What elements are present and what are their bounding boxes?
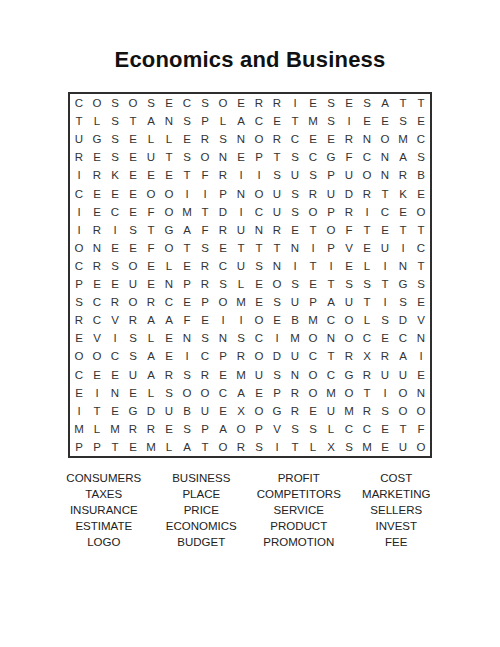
grid-cell-r7c18[interactable]: C (376, 203, 394, 221)
grid-cell-r19c4[interactable]: R (124, 420, 142, 438)
grid-cell-r13c20[interactable]: V (412, 311, 430, 329)
grid-cell-r8c12[interactable]: R (268, 221, 286, 239)
grid-cell-r1c17[interactable]: S (358, 94, 376, 112)
grid-cell-r15c15[interactable]: T (322, 347, 340, 365)
grid-cell-r3c9[interactable]: S (214, 130, 232, 148)
grid-cell-r3c15[interactable]: E (322, 130, 340, 148)
grid-cell-r8c10[interactable]: U (232, 221, 250, 239)
grid-cell-r9c15[interactable]: P (322, 239, 340, 257)
grid-cell-r1c12[interactable]: R (268, 94, 286, 112)
grid-cell-r3c14[interactable]: E (304, 130, 322, 148)
grid-cell-r12c15[interactable]: A (322, 293, 340, 311)
grid-cell-r11c10[interactable]: L (232, 275, 250, 293)
grid-cell-r2c12[interactable]: E (268, 112, 286, 130)
grid-cell-r14c16[interactable]: O (340, 329, 358, 347)
grid-cell-r6c15[interactable]: U (322, 185, 340, 203)
grid-cell-r9c18[interactable]: U (376, 239, 394, 257)
grid-cell-r9c11[interactable]: T (250, 239, 268, 257)
grid-cell-r12c3[interactable]: R (106, 293, 124, 311)
grid-cell-r17c14[interactable]: O (304, 384, 322, 402)
grid-cell-r12c6[interactable]: C (160, 293, 178, 311)
grid-cell-r8c16[interactable]: F (340, 221, 358, 239)
grid-cell-r4c18[interactable]: N (376, 148, 394, 166)
grid-cell-r11c7[interactable]: P (178, 275, 196, 293)
grid-cell-r9c3[interactable]: E (106, 239, 124, 257)
grid-cell-r2c20[interactable]: E (412, 112, 430, 130)
grid-cell-r7c5[interactable]: F (142, 203, 160, 221)
grid-cell-r13c1[interactable]: R (70, 311, 88, 329)
grid-cell-r17c7[interactable]: O (178, 384, 196, 402)
grid-cell-r16c3[interactable]: E (106, 366, 124, 384)
grid-cell-r3c13[interactable]: C (286, 130, 304, 148)
grid-cell-r19c20[interactable]: F (412, 420, 430, 438)
grid-cell-r16c19[interactable]: U (394, 366, 412, 384)
grid-cell-r4c7[interactable]: S (178, 148, 196, 166)
grid-cell-r12c16[interactable]: U (340, 293, 358, 311)
grid-cell-r15c17[interactable]: X (358, 347, 376, 365)
grid-cell-r3c3[interactable]: S (106, 130, 124, 148)
grid-cell-r3c20[interactable]: C (412, 130, 430, 148)
grid-cell-r12c5[interactable]: R (142, 293, 160, 311)
grid-cell-r17c18[interactable]: I (376, 384, 394, 402)
grid-cell-r17c1[interactable]: E (70, 384, 88, 402)
grid-cell-r19c1[interactable]: M (70, 420, 88, 438)
grid-cell-r14c20[interactable]: N (412, 329, 430, 347)
grid-cell-r13c4[interactable]: R (124, 311, 142, 329)
grid-cell-r18c4[interactable]: G (124, 402, 142, 420)
grid-cell-r7c1[interactable]: I (70, 203, 88, 221)
grid-cell-r11c12[interactable]: O (268, 275, 286, 293)
grid-cell-r20c6[interactable]: L (160, 438, 178, 456)
grid-cell-r3c10[interactable]: N (232, 130, 250, 148)
grid-cell-r6c3[interactable]: E (106, 185, 124, 203)
grid-cell-r10c17[interactable]: L (358, 257, 376, 275)
grid-cell-r6c1[interactable]: C (70, 185, 88, 203)
grid-cell-r1c10[interactable]: E (232, 94, 250, 112)
grid-cell-r10c7[interactable]: E (178, 257, 196, 275)
grid-cell-r13c5[interactable]: A (142, 311, 160, 329)
grid-cell-r14c18[interactable]: E (376, 329, 394, 347)
grid-cell-r13c7[interactable]: F (178, 311, 196, 329)
grid-cell-r11c2[interactable]: E (88, 275, 106, 293)
grid-cell-r9c7[interactable]: T (178, 239, 196, 257)
grid-cell-r15c12[interactable]: D (268, 347, 286, 365)
grid-cell-r14c4[interactable]: S (124, 329, 142, 347)
grid-cell-r15c7[interactable]: I (178, 347, 196, 365)
grid-cell-r20c10[interactable]: R (232, 438, 250, 456)
grid-cell-r19c9[interactable]: A (214, 420, 232, 438)
grid-cell-r3c8[interactable]: R (196, 130, 214, 148)
grid-cell-r8c20[interactable]: T (412, 221, 430, 239)
grid-cell-r18c5[interactable]: D (142, 402, 160, 420)
grid-cell-r5c11[interactable]: I (250, 166, 268, 184)
grid-cell-r17c12[interactable]: P (268, 384, 286, 402)
grid-cell-r13c14[interactable]: M (304, 311, 322, 329)
grid-cell-r12c9[interactable]: O (214, 293, 232, 311)
grid-cell-r18c8[interactable]: U (196, 402, 214, 420)
grid-cell-r10c6[interactable]: L (160, 257, 178, 275)
grid-cell-r19c17[interactable]: C (358, 420, 376, 438)
grid-cell-r6c16[interactable]: D (340, 185, 358, 203)
grid-cell-r10c19[interactable]: N (394, 257, 412, 275)
grid-cell-r5c7[interactable]: T (178, 166, 196, 184)
grid-cell-r18c1[interactable]: I (70, 402, 88, 420)
grid-cell-r6c2[interactable]: E (88, 185, 106, 203)
grid-cell-r9c2[interactable]: N (88, 239, 106, 257)
grid-cell-r2c10[interactable]: A (232, 112, 250, 130)
grid-cell-r14c14[interactable]: O (304, 329, 322, 347)
grid-cell-r9c12[interactable]: T (268, 239, 286, 257)
grid-cell-r4c17[interactable]: C (358, 148, 376, 166)
grid-cell-r3c7[interactable]: E (178, 130, 196, 148)
grid-cell-r10c2[interactable]: R (88, 257, 106, 275)
grid-cell-r3c19[interactable]: M (394, 130, 412, 148)
grid-cell-r4c20[interactable]: S (412, 148, 430, 166)
grid-cell-r9c20[interactable]: C (412, 239, 430, 257)
grid-cell-r9c6[interactable]: O (160, 239, 178, 257)
grid-cell-r14c19[interactable]: C (394, 329, 412, 347)
grid-cell-r20c19[interactable]: U (394, 438, 412, 456)
grid-cell-r12c18[interactable]: I (376, 293, 394, 311)
grid-cell-r14c17[interactable]: C (358, 329, 376, 347)
grid-cell-r4c6[interactable]: T (160, 148, 178, 166)
grid-cell-r20c14[interactable]: L (304, 438, 322, 456)
grid-cell-r10c20[interactable]: T (412, 257, 430, 275)
grid-cell-r9c13[interactable]: N (286, 239, 304, 257)
grid-cell-r4c13[interactable]: S (286, 148, 304, 166)
grid-cell-r12c8[interactable]: P (196, 293, 214, 311)
grid-cell-r11c9[interactable]: S (214, 275, 232, 293)
grid-cell-r15c5[interactable]: A (142, 347, 160, 365)
grid-cell-r3c17[interactable]: N (358, 130, 376, 148)
grid-cell-r1c13[interactable]: I (286, 94, 304, 112)
grid-cell-r18c19[interactable]: O (394, 402, 412, 420)
grid-cell-r13c2[interactable]: C (88, 311, 106, 329)
grid-cell-r10c15[interactable]: I (322, 257, 340, 275)
grid-cell-r19c18[interactable]: E (376, 420, 394, 438)
grid-cell-r17c10[interactable]: A (232, 384, 250, 402)
grid-cell-r10c13[interactable]: I (286, 257, 304, 275)
grid-cell-r12c17[interactable]: T (358, 293, 376, 311)
grid-cell-r12c11[interactable]: E (250, 293, 268, 311)
grid-cell-r3c6[interactable]: L (160, 130, 178, 148)
grid-cell-r13c19[interactable]: D (394, 311, 412, 329)
grid-cell-r10c1[interactable]: C (70, 257, 88, 275)
grid-cell-r16c7[interactable]: S (178, 366, 196, 384)
grid-cell-r18c18[interactable]: S (376, 402, 394, 420)
grid-cell-r6c20[interactable]: E (412, 185, 430, 203)
grid-cell-r3c11[interactable]: O (250, 130, 268, 148)
grid-cell-r15c1[interactable]: O (70, 347, 88, 365)
grid-cell-r17c19[interactable]: O (394, 384, 412, 402)
grid-cell-r13c11[interactable]: O (250, 311, 268, 329)
grid-cell-r11c3[interactable]: E (106, 275, 124, 293)
grid-cell-r1c11[interactable]: R (250, 94, 268, 112)
grid-cell-r15c20[interactable]: I (412, 347, 430, 365)
grid-cell-r13c8[interactable]: E (196, 311, 214, 329)
grid-cell-r1c9[interactable]: O (214, 94, 232, 112)
grid-cell-r19c6[interactable]: E (160, 420, 178, 438)
grid-cell-r7c3[interactable]: C (106, 203, 124, 221)
grid-cell-r20c11[interactable]: S (250, 438, 268, 456)
grid-cell-r3c4[interactable]: E (124, 130, 142, 148)
grid-cell-r10c9[interactable]: C (214, 257, 232, 275)
grid-cell-r8c1[interactable]: I (70, 221, 88, 239)
grid-cell-r4c14[interactable]: C (304, 148, 322, 166)
grid-cell-r4c11[interactable]: P (250, 148, 268, 166)
grid-cell-r4c9[interactable]: N (214, 148, 232, 166)
grid-cell-r1c2[interactable]: O (88, 94, 106, 112)
grid-cell-r15c14[interactable]: C (304, 347, 322, 365)
grid-cell-r1c20[interactable]: T (412, 94, 430, 112)
grid-cell-r18c10[interactable]: X (232, 402, 250, 420)
grid-cell-r16c4[interactable]: U (124, 366, 142, 384)
grid-cell-r19c19[interactable]: T (394, 420, 412, 438)
grid-cell-r1c16[interactable]: E (340, 94, 358, 112)
grid-cell-r6c18[interactable]: T (376, 185, 394, 203)
grid-cell-r14c7[interactable]: N (178, 329, 196, 347)
grid-cell-r7c15[interactable]: P (322, 203, 340, 221)
grid-cell-r16c9[interactable]: E (214, 366, 232, 384)
grid-cell-r9c14[interactable]: I (304, 239, 322, 257)
grid-cell-r2c4[interactable]: T (124, 112, 142, 130)
grid-cell-r17c6[interactable]: S (160, 384, 178, 402)
grid-cell-r14c2[interactable]: V (88, 329, 106, 347)
grid-cell-r19c11[interactable]: P (250, 420, 268, 438)
grid-cell-r2c7[interactable]: S (178, 112, 196, 130)
grid-cell-r12c13[interactable]: U (286, 293, 304, 311)
grid-cell-r7c12[interactable]: U (268, 203, 286, 221)
grid-cell-r2c9[interactable]: L (214, 112, 232, 130)
grid-cell-r18c13[interactable]: R (286, 402, 304, 420)
grid-cell-r16c12[interactable]: S (268, 366, 286, 384)
grid-cell-r16c16[interactable]: G (340, 366, 358, 384)
grid-cell-r15c3[interactable]: C (106, 347, 124, 365)
grid-cell-r4c15[interactable]: G (322, 148, 340, 166)
grid-cell-r8c17[interactable]: T (358, 221, 376, 239)
grid-cell-r2c5[interactable]: A (142, 112, 160, 130)
grid-cell-r5c8[interactable]: F (196, 166, 214, 184)
grid-cell-r18c12[interactable]: G (268, 402, 286, 420)
grid-cell-r6c11[interactable]: O (250, 185, 268, 203)
grid-cell-r9c16[interactable]: V (340, 239, 358, 257)
grid-cell-r20c20[interactable]: O (412, 438, 430, 456)
grid-cell-r18c3[interactable]: E (106, 402, 124, 420)
grid-cell-r6c9[interactable]: P (214, 185, 232, 203)
grid-cell-r1c18[interactable]: A (376, 94, 394, 112)
grid-cell-r6c19[interactable]: K (394, 185, 412, 203)
grid-cell-r7c16[interactable]: R (340, 203, 358, 221)
grid-cell-r16c8[interactable]: R (196, 366, 214, 384)
grid-cell-r2c1[interactable]: T (70, 112, 88, 130)
grid-cell-r5c3[interactable]: K (106, 166, 124, 184)
grid-cell-r1c1[interactable]: C (70, 94, 88, 112)
grid-cell-r11c14[interactable]: E (304, 275, 322, 293)
grid-cell-r13c17[interactable]: L (358, 311, 376, 329)
grid-cell-r15c4[interactable]: S (124, 347, 142, 365)
grid-cell-r11c20[interactable]: S (412, 275, 430, 293)
grid-cell-r16c2[interactable]: E (88, 366, 106, 384)
grid-cell-r20c17[interactable]: M (358, 438, 376, 456)
grid-cell-r4c2[interactable]: E (88, 148, 106, 166)
grid-cell-r18c2[interactable]: T (88, 402, 106, 420)
grid-cell-r17c2[interactable]: I (88, 384, 106, 402)
grid-cell-r11c8[interactable]: R (196, 275, 214, 293)
grid-cell-r15c2[interactable]: O (88, 347, 106, 365)
grid-cell-r10c8[interactable]: R (196, 257, 214, 275)
grid-cell-r2c14[interactable]: M (304, 112, 322, 130)
grid-cell-r13c18[interactable]: S (376, 311, 394, 329)
grid-cell-r5c12[interactable]: S (268, 166, 286, 184)
grid-cell-r13c16[interactable]: O (340, 311, 358, 329)
grid-cell-r5c5[interactable]: E (142, 166, 160, 184)
grid-cell-r12c2[interactable]: C (88, 293, 106, 311)
grid-cell-r2c15[interactable]: S (322, 112, 340, 130)
grid-cell-r15c19[interactable]: A (394, 347, 412, 365)
grid-cell-r11c5[interactable]: E (142, 275, 160, 293)
grid-cell-r11c13[interactable]: S (286, 275, 304, 293)
grid-cell-r20c4[interactable]: E (124, 438, 142, 456)
grid-cell-r7c6[interactable]: O (160, 203, 178, 221)
grid-cell-r20c3[interactable]: T (106, 438, 124, 456)
grid-cell-r2c18[interactable]: E (376, 112, 394, 130)
grid-cell-r1c5[interactable]: S (142, 94, 160, 112)
grid-cell-r11c16[interactable]: S (340, 275, 358, 293)
grid-cell-r5c14[interactable]: S (304, 166, 322, 184)
grid-cell-r7c17[interactable]: I (358, 203, 376, 221)
grid-cell-r8c13[interactable]: E (286, 221, 304, 239)
grid-cell-r12c20[interactable]: E (412, 293, 430, 311)
grid-cell-r5c16[interactable]: U (340, 166, 358, 184)
grid-cell-r11c6[interactable]: N (160, 275, 178, 293)
grid-cell-r17c9[interactable]: C (214, 384, 232, 402)
grid-cell-r17c11[interactable]: E (250, 384, 268, 402)
grid-cell-r16c1[interactable]: C (70, 366, 88, 384)
grid-cell-r15c16[interactable]: R (340, 347, 358, 365)
grid-cell-r15c10[interactable]: R (232, 347, 250, 365)
grid-cell-r19c3[interactable]: M (106, 420, 124, 438)
grid-cell-r20c18[interactable]: E (376, 438, 394, 456)
grid-cell-r6c10[interactable]: N (232, 185, 250, 203)
grid-cell-r5c1[interactable]: I (70, 166, 88, 184)
grid-cell-r6c8[interactable]: I (196, 185, 214, 203)
grid-cell-r18c17[interactable]: R (358, 402, 376, 420)
grid-cell-r11c15[interactable]: T (322, 275, 340, 293)
grid-cell-r8c5[interactable]: T (142, 221, 160, 239)
grid-cell-r13c6[interactable]: A (160, 311, 178, 329)
grid-cell-r19c12[interactable]: V (268, 420, 286, 438)
grid-cell-r20c15[interactable]: X (322, 438, 340, 456)
grid-cell-r14c15[interactable]: N (322, 329, 340, 347)
grid-cell-r5c9[interactable]: R (214, 166, 232, 184)
grid-cell-r19c16[interactable]: C (340, 420, 358, 438)
grid-cell-r20c1[interactable]: P (70, 438, 88, 456)
grid-cell-r19c7[interactable]: S (178, 420, 196, 438)
grid-cell-r8c8[interactable]: F (196, 221, 214, 239)
grid-cell-r7c11[interactable]: C (250, 203, 268, 221)
grid-cell-r16c11[interactable]: U (250, 366, 268, 384)
grid-cell-r2c3[interactable]: S (106, 112, 124, 130)
grid-cell-r3c12[interactable]: R (268, 130, 286, 148)
grid-cell-r18c16[interactable]: M (340, 402, 358, 420)
grid-cell-r7c8[interactable]: T (196, 203, 214, 221)
grid-cell-r20c8[interactable]: T (196, 438, 214, 456)
grid-cell-r3c16[interactable]: R (340, 130, 358, 148)
grid-cell-r5c15[interactable]: P (322, 166, 340, 184)
grid-cell-r17c16[interactable]: O (340, 384, 358, 402)
grid-cell-r2c16[interactable]: I (340, 112, 358, 130)
grid-cell-r7c19[interactable]: E (394, 203, 412, 221)
grid-cell-r14c11[interactable]: C (250, 329, 268, 347)
grid-cell-r8c11[interactable]: N (250, 221, 268, 239)
grid-cell-r4c19[interactable]: A (394, 148, 412, 166)
grid-cell-r4c1[interactable]: R (70, 148, 88, 166)
grid-cell-r4c5[interactable]: U (142, 148, 160, 166)
grid-cell-r9c17[interactable]: E (358, 239, 376, 257)
grid-cell-r12c19[interactable]: S (394, 293, 412, 311)
grid-cell-r3c18[interactable]: O (376, 130, 394, 148)
grid-cell-r10c16[interactable]: E (340, 257, 358, 275)
grid-cell-r6c7[interactable]: I (178, 185, 196, 203)
grid-cell-r6c5[interactable]: O (142, 185, 160, 203)
grid-cell-r16c6[interactable]: R (160, 366, 178, 384)
grid-cell-r16c10[interactable]: M (232, 366, 250, 384)
grid-cell-r18c14[interactable]: E (304, 402, 322, 420)
grid-cell-r10c10[interactable]: U (232, 257, 250, 275)
grid-cell-r15c18[interactable]: R (376, 347, 394, 365)
grid-cell-r4c10[interactable]: E (232, 148, 250, 166)
grid-cell-r19c2[interactable]: L (88, 420, 106, 438)
grid-cell-r17c13[interactable]: R (286, 384, 304, 402)
grid-cell-r2c13[interactable]: T (286, 112, 304, 130)
grid-cell-r13c10[interactable]: I (232, 311, 250, 329)
grid-cell-r9c5[interactable]: F (142, 239, 160, 257)
grid-cell-r7c7[interactable]: M (178, 203, 196, 221)
grid-cell-r15c9[interactable]: P (214, 347, 232, 365)
grid-cell-r17c8[interactable]: O (196, 384, 214, 402)
grid-cell-r18c20[interactable]: O (412, 402, 430, 420)
grid-cell-r7c14[interactable]: O (304, 203, 322, 221)
grid-cell-r20c12[interactable]: I (268, 438, 286, 456)
grid-cell-r1c15[interactable]: S (322, 94, 340, 112)
grid-cell-r10c4[interactable]: O (124, 257, 142, 275)
grid-cell-r7c2[interactable]: E (88, 203, 106, 221)
grid-cell-r1c4[interactable]: O (124, 94, 142, 112)
grid-cell-r19c8[interactable]: P (196, 420, 214, 438)
grid-cell-r7c9[interactable]: D (214, 203, 232, 221)
grid-cell-r18c7[interactable]: B (178, 402, 196, 420)
grid-cell-r5c13[interactable]: U (286, 166, 304, 184)
grid-cell-r11c17[interactable]: S (358, 275, 376, 293)
grid-cell-r2c6[interactable]: N (160, 112, 178, 130)
grid-cell-r17c3[interactable]: N (106, 384, 124, 402)
grid-cell-r12c12[interactable]: S (268, 293, 286, 311)
grid-cell-r14c8[interactable]: S (196, 329, 214, 347)
grid-cell-r3c2[interactable]: G (88, 130, 106, 148)
grid-cell-r17c20[interactable]: N (412, 384, 430, 402)
grid-cell-r11c11[interactable]: E (250, 275, 268, 293)
grid-cell-r16c14[interactable]: O (304, 366, 322, 384)
grid-cell-r19c13[interactable]: S (286, 420, 304, 438)
grid-cell-r5c4[interactable]: E (124, 166, 142, 184)
grid-cell-r8c19[interactable]: T (394, 221, 412, 239)
grid-cell-r6c6[interactable]: O (160, 185, 178, 203)
grid-cell-r13c15[interactable]: C (322, 311, 340, 329)
grid-cell-r10c12[interactable]: N (268, 257, 286, 275)
grid-cell-r2c17[interactable]: E (358, 112, 376, 130)
grid-cell-r14c1[interactable]: E (70, 329, 88, 347)
grid-cell-r16c20[interactable]: E (412, 366, 430, 384)
